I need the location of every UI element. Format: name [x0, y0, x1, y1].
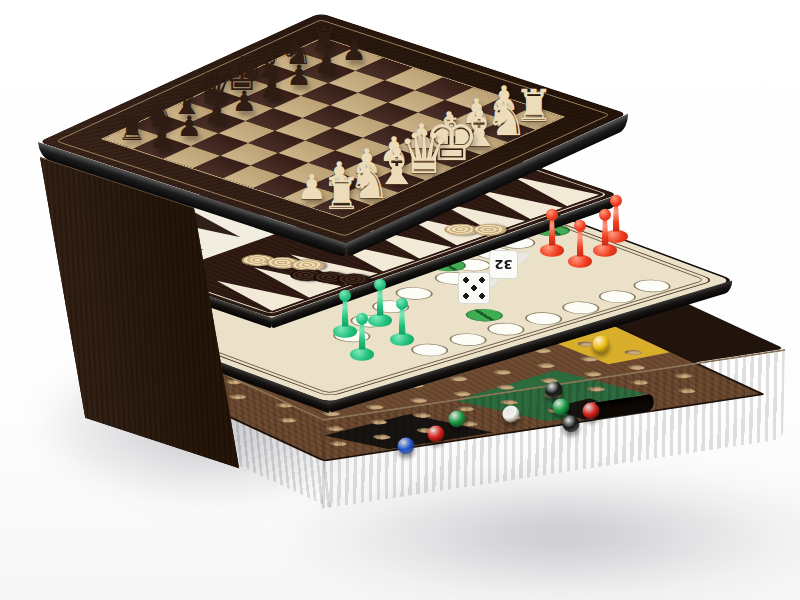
ludo-track-circle [388, 285, 441, 303]
ludo-track-circle [480, 320, 533, 338]
ludo-track-circle [364, 298, 417, 316]
ludo-track-circle [555, 299, 608, 317]
ludo-track-circle [626, 277, 679, 295]
ludo-track-circle [442, 331, 495, 349]
peg-hole [534, 362, 558, 369]
ludo-track-circle [343, 312, 396, 330]
ludo-track-circle [403, 341, 456, 359]
peg-hole [447, 376, 471, 383]
peg-stem [613, 204, 620, 232]
ludo-track-circle [591, 288, 644, 306]
peg-hole [490, 369, 514, 376]
ludo-track-circle-green [458, 306, 511, 324]
ludo-track-circle [326, 327, 379, 345]
drawer-handle-slot[interactable] [590, 394, 654, 421]
game-box-product-photo: 2 32 ♜♞♝♛♚♝♞♜♟♟♟♟♟♟♟♟♟♟♟♟♟♟♟♟♜♞♝♛♚♝♞♜ [0, 0, 800, 600]
ludo-track-circle [427, 269, 480, 287]
ludo-track-circle [517, 310, 570, 328]
